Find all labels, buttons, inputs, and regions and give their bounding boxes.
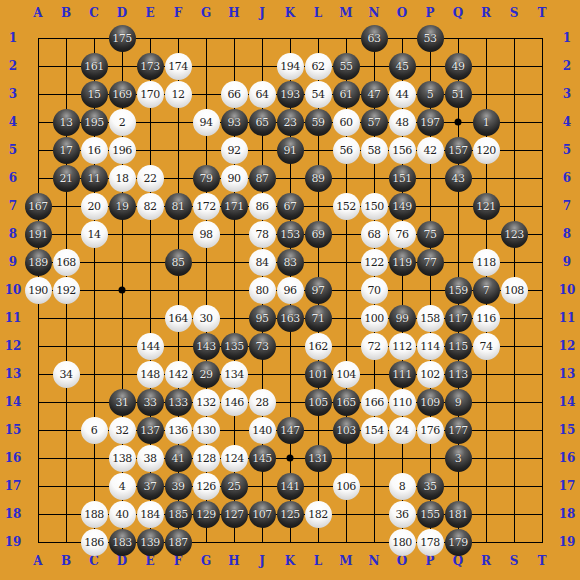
stone-black-163-K11: 163 <box>277 305 304 332</box>
stone-black-63-N1: 63 <box>361 25 388 52</box>
stone-white-68-N8: 68 <box>361 221 388 248</box>
row-label-6: 6 <box>556 164 578 192</box>
column-labels-top: ABCDEFGHJKLMNOPQRST <box>24 3 556 23</box>
row-label-14: 14 <box>2 388 24 416</box>
row-label-2: 2 <box>556 52 578 80</box>
stone-black-139-E19: 139 <box>137 529 164 556</box>
row-label-9: 9 <box>556 248 578 276</box>
stone-white-144-E12: 144 <box>137 333 164 360</box>
stone-white-112-O12: 112 <box>389 333 416 360</box>
stone-black-21-B6: 21 <box>53 165 80 192</box>
stone-black-61-M3: 61 <box>333 81 360 108</box>
stone-black-7-R10: 7 <box>473 277 500 304</box>
stone-white-170-E3: 170 <box>137 81 164 108</box>
stone-black-187-F19: 187 <box>165 529 192 556</box>
stone-black-19-D7: 19 <box>109 193 136 220</box>
stone-white-54-L3: 54 <box>305 81 332 108</box>
stone-black-33-E14: 33 <box>137 389 164 416</box>
stone-black-39-F17: 39 <box>165 473 192 500</box>
stone-white-122-N9: 122 <box>361 249 388 276</box>
stone-black-81-F7: 81 <box>165 193 192 220</box>
stone-black-153-K8: 153 <box>277 221 304 248</box>
stone-black-13-B4: 13 <box>53 109 80 136</box>
stone-black-193-K3: 193 <box>277 81 304 108</box>
stone-black-99-O11: 99 <box>389 305 416 332</box>
stone-white-176-P15: 176 <box>417 417 444 444</box>
row-label-14: 14 <box>556 388 578 416</box>
stone-black-87-J6: 87 <box>249 165 276 192</box>
stone-black-85-F9: 85 <box>165 249 192 276</box>
stone-white-24-O15: 24 <box>389 417 416 444</box>
stone-black-151-O6: 151 <box>389 165 416 192</box>
row-label-13: 13 <box>2 360 24 388</box>
row-label-17: 17 <box>556 472 578 500</box>
stone-white-106-M17: 106 <box>333 473 360 500</box>
stone-white-22-E6: 22 <box>137 165 164 192</box>
row-label-13: 13 <box>556 360 578 388</box>
stone-white-4-D17: 4 <box>109 473 136 500</box>
col-label-F: F <box>164 3 192 23</box>
row-label-16: 16 <box>2 444 24 472</box>
col-label-S: S <box>500 3 528 23</box>
stone-black-71-L11: 71 <box>305 305 332 332</box>
row-labels-left: 12345678910111213141516171819 <box>2 24 24 556</box>
stone-white-104-M13: 104 <box>333 361 360 388</box>
stone-black-189-A9: 189 <box>25 249 52 276</box>
stone-black-119-O9: 119 <box>389 249 416 276</box>
stone-black-105-L14: 105 <box>305 389 332 416</box>
row-label-10: 10 <box>556 276 578 304</box>
row-label-11: 11 <box>556 304 578 332</box>
stone-white-168-B9: 168 <box>53 249 80 276</box>
col-label-N: N <box>360 3 388 23</box>
stone-white-6-C15: 6 <box>81 417 108 444</box>
row-label-7: 7 <box>2 192 24 220</box>
col-label-T: T <box>528 3 556 23</box>
stone-black-157-Q5: 157 <box>445 137 472 164</box>
col-label-B: B <box>52 3 80 23</box>
row-label-9: 9 <box>2 248 24 276</box>
col-label-H: H <box>220 3 248 23</box>
row-label-11: 11 <box>2 304 24 332</box>
stone-black-91-K5: 91 <box>277 137 304 164</box>
stone-white-172-G7: 172 <box>193 193 220 220</box>
stone-black-83-K9: 83 <box>277 249 304 276</box>
stone-white-150-N7: 150 <box>361 193 388 220</box>
stone-white-8-O17: 8 <box>389 473 416 500</box>
stone-black-171-H7: 171 <box>221 193 248 220</box>
stone-white-186-C19: 186 <box>81 529 108 556</box>
stone-white-72-N12: 72 <box>361 333 388 360</box>
stone-white-40-D18: 40 <box>109 501 136 528</box>
stone-white-70-N10: 70 <box>361 277 388 304</box>
col-label-A: A <box>24 3 52 23</box>
stone-black-51-Q3: 51 <box>445 81 472 108</box>
stone-white-166-N14: 166 <box>361 389 388 416</box>
stone-black-191-A8: 191 <box>25 221 52 248</box>
stone-black-37-E17: 37 <box>137 473 164 500</box>
stone-black-109-P14: 109 <box>417 389 444 416</box>
stone-white-156-O5: 156 <box>389 137 416 164</box>
stone-black-17-B5: 17 <box>53 137 80 164</box>
stone-black-141-K17: 141 <box>277 473 304 500</box>
stone-white-158-P11: 158 <box>417 305 444 332</box>
stone-black-185-F18: 185 <box>165 501 192 528</box>
stone-white-120-R5: 120 <box>473 137 500 164</box>
stone-black-169-D3: 169 <box>109 81 136 108</box>
stone-black-95-J11: 95 <box>249 305 276 332</box>
stone-white-56-M5: 56 <box>333 137 360 164</box>
stone-white-18-D6: 18 <box>109 165 136 192</box>
stone-black-125-K18: 125 <box>277 501 304 528</box>
stone-white-44-O3: 44 <box>389 81 416 108</box>
col-label-Q: Q <box>444 3 472 23</box>
row-label-10: 10 <box>2 276 24 304</box>
stone-black-25-H17: 25 <box>221 473 248 500</box>
stone-black-133-F14: 133 <box>165 389 192 416</box>
stone-black-69-L8: 69 <box>305 221 332 248</box>
stone-black-57-N4: 57 <box>361 109 388 136</box>
stone-white-136-F15: 136 <box>165 417 192 444</box>
stone-white-30-G11: 30 <box>193 305 220 332</box>
col-label-L: L <box>304 3 332 23</box>
stone-white-66-H3: 66 <box>221 81 248 108</box>
stone-black-121-R7: 121 <box>473 193 500 220</box>
stone-black-23-K4: 23 <box>277 109 304 136</box>
stone-black-123-S8: 123 <box>501 221 528 248</box>
row-label-1: 1 <box>556 24 578 52</box>
stone-white-82-E7: 82 <box>137 193 164 220</box>
stone-black-29-G13: 29 <box>193 361 220 388</box>
stone-black-165-M14: 165 <box>333 389 360 416</box>
stone-white-138-D16: 138 <box>109 445 136 472</box>
col-label-R: R <box>472 3 500 23</box>
stone-black-97-L10: 97 <box>305 277 332 304</box>
row-labels-right: 12345678910111213141516171819 <box>556 24 578 556</box>
row-label-18: 18 <box>556 500 578 528</box>
col-label-O: O <box>388 3 416 23</box>
col-label-C: C <box>80 3 108 23</box>
stone-white-78-J8: 78 <box>249 221 276 248</box>
stone-black-9-Q14: 9 <box>445 389 472 416</box>
stone-black-93-H4: 93 <box>221 109 248 136</box>
stone-white-36-O18: 36 <box>389 501 416 528</box>
stone-black-67-K7: 67 <box>277 193 304 220</box>
stone-white-16-C5: 16 <box>81 137 108 164</box>
col-label-E: E <box>136 3 164 23</box>
stone-white-128-G16: 128 <box>193 445 220 472</box>
stone-black-77-P9: 77 <box>417 249 444 276</box>
stone-white-196-D5: 196 <box>109 137 136 164</box>
stone-black-73-J12: 73 <box>249 333 276 360</box>
stone-black-131-L16: 131 <box>305 445 332 472</box>
stone-black-43-Q6: 43 <box>445 165 472 192</box>
row-label-1: 1 <box>2 24 24 52</box>
stone-black-179-Q19: 179 <box>445 529 472 556</box>
row-label-17: 17 <box>2 472 24 500</box>
stone-black-143-G12: 143 <box>193 333 220 360</box>
stone-white-126-G17: 126 <box>193 473 220 500</box>
stone-white-152-M7: 152 <box>333 193 360 220</box>
stone-white-62-L2: 62 <box>305 53 332 80</box>
stone-black-107-J18: 107 <box>249 501 276 528</box>
stone-white-110-O14: 110 <box>389 389 416 416</box>
stone-white-114-P12: 114 <box>417 333 444 360</box>
stone-black-181-Q18: 181 <box>445 501 472 528</box>
stone-white-164-F11: 164 <box>165 305 192 332</box>
stone-black-55-M2: 55 <box>333 53 360 80</box>
stone-white-100-N11: 100 <box>361 305 388 332</box>
stone-black-65-J4: 65 <box>249 109 276 136</box>
stone-white-12-F3: 12 <box>165 81 192 108</box>
stone-white-64-J3: 64 <box>249 81 276 108</box>
stone-white-184-E18: 184 <box>137 501 164 528</box>
stone-white-118-R9: 118 <box>473 249 500 276</box>
stone-black-197-P4: 197 <box>417 109 444 136</box>
stone-white-2-D4: 2 <box>109 109 136 136</box>
stone-black-3-Q16: 3 <box>445 445 472 472</box>
row-label-8: 8 <box>556 220 578 248</box>
stone-white-92-H5: 92 <box>221 137 248 164</box>
stone-white-96-K10: 96 <box>277 277 304 304</box>
stone-black-137-E15: 137 <box>137 417 164 444</box>
stone-white-124-H16: 124 <box>221 445 248 472</box>
stone-white-174-F2: 174 <box>165 53 192 80</box>
col-label-D: D <box>108 3 136 23</box>
stone-black-167-A7: 167 <box>25 193 52 220</box>
stone-white-142-F13: 142 <box>165 361 192 388</box>
row-label-3: 3 <box>556 80 578 108</box>
stone-black-115-Q12: 115 <box>445 333 472 360</box>
row-label-7: 7 <box>556 192 578 220</box>
stone-white-154-N15: 154 <box>361 417 388 444</box>
stone-white-98-G8: 98 <box>193 221 220 248</box>
stone-white-134-H13: 134 <box>221 361 248 388</box>
stone-black-47-N3: 47 <box>361 81 388 108</box>
stone-black-127-H18: 127 <box>221 501 248 528</box>
row-label-8: 8 <box>2 220 24 248</box>
stone-white-108-S10: 108 <box>501 277 528 304</box>
stone-black-75-P8: 75 <box>417 221 444 248</box>
stone-white-194-K2: 194 <box>277 53 304 80</box>
stone-white-192-B10: 192 <box>53 277 80 304</box>
stone-white-80-J10: 80 <box>249 277 276 304</box>
stone-white-190-A10: 190 <box>25 277 52 304</box>
stone-white-132-G14: 132 <box>193 389 220 416</box>
stone-black-45-O2: 45 <box>389 53 416 80</box>
col-label-G: G <box>192 3 220 23</box>
stone-black-161-C2: 161 <box>81 53 108 80</box>
stone-black-111-O13: 111 <box>389 361 416 388</box>
stone-black-175-D1: 175 <box>109 25 136 52</box>
stone-white-116-R11: 116 <box>473 305 500 332</box>
row-label-5: 5 <box>2 136 24 164</box>
stone-white-42-P5: 42 <box>417 137 444 164</box>
row-label-19: 19 <box>2 528 24 556</box>
row-label-19: 19 <box>556 528 578 556</box>
stone-black-79-G6: 79 <box>193 165 220 192</box>
stone-black-155-P18: 155 <box>417 501 444 528</box>
stone-white-162-L12: 162 <box>305 333 332 360</box>
stone-white-86-J7: 86 <box>249 193 276 220</box>
stone-black-89-L6: 89 <box>305 165 332 192</box>
stone-white-48-O4: 48 <box>389 109 416 136</box>
stone-black-145-J16: 145 <box>249 445 276 472</box>
stone-white-178-P19: 178 <box>417 529 444 556</box>
stone-black-135-H12: 135 <box>221 333 248 360</box>
stone-black-31-D14: 31 <box>109 389 136 416</box>
go-board[interactable]: ABCDEFGHJKLMNOPQRST ABCDEFGHJKLMNOPQRST … <box>0 0 580 580</box>
row-label-3: 3 <box>2 80 24 108</box>
stone-black-183-D19: 183 <box>109 529 136 556</box>
stone-white-94-G4: 94 <box>193 109 220 136</box>
row-label-2: 2 <box>2 52 24 80</box>
stone-black-195-C4: 195 <box>81 109 108 136</box>
col-label-K: K <box>276 3 304 23</box>
stone-white-146-H14: 146 <box>221 389 248 416</box>
stone-black-177-Q15: 177 <box>445 417 472 444</box>
stone-black-35-P17: 35 <box>417 473 444 500</box>
row-label-12: 12 <box>556 332 578 360</box>
row-label-18: 18 <box>2 500 24 528</box>
stone-black-149-O7: 149 <box>389 193 416 220</box>
stone-black-159-Q10: 159 <box>445 277 472 304</box>
col-label-P: P <box>416 3 444 23</box>
stone-black-147-K15: 147 <box>277 417 304 444</box>
row-label-6: 6 <box>2 164 24 192</box>
stone-white-20-C7: 20 <box>81 193 108 220</box>
stone-white-130-G15: 130 <box>193 417 220 444</box>
stone-white-34-B13: 34 <box>53 361 80 388</box>
stone-white-140-J15: 140 <box>249 417 276 444</box>
stone-white-182-L18: 182 <box>305 501 332 528</box>
stone-black-129-G18: 129 <box>193 501 220 528</box>
stone-white-84-J9: 84 <box>249 249 276 276</box>
stone-white-14-C8: 14 <box>81 221 108 248</box>
stone-black-15-C3: 15 <box>81 81 108 108</box>
stone-black-1-R4: 1 <box>473 109 500 136</box>
stone-black-53-P1: 53 <box>417 25 444 52</box>
stone-white-58-N5: 58 <box>361 137 388 164</box>
col-label-J: J <box>248 3 276 23</box>
stone-black-5-P3: 5 <box>417 81 444 108</box>
stone-black-41-F16: 41 <box>165 445 192 472</box>
stone-white-74-R12: 74 <box>473 333 500 360</box>
stone-white-188-C18: 188 <box>81 501 108 528</box>
row-label-15: 15 <box>556 416 578 444</box>
stone-white-148-E13: 148 <box>137 361 164 388</box>
col-label-M: M <box>332 3 360 23</box>
row-label-4: 4 <box>556 108 578 136</box>
stone-black-117-Q11: 117 <box>445 305 472 332</box>
stone-black-59-L4: 59 <box>305 109 332 136</box>
stone-black-173-E2: 173 <box>137 53 164 80</box>
row-label-4: 4 <box>2 108 24 136</box>
stone-white-60-M4: 60 <box>333 109 360 136</box>
stone-white-38-E16: 38 <box>137 445 164 472</box>
stones-layer[interactable]: 1234567891112131415161718192021222324252… <box>24 24 556 556</box>
row-label-12: 12 <box>2 332 24 360</box>
row-label-5: 5 <box>556 136 578 164</box>
stone-white-28-J14: 28 <box>249 389 276 416</box>
stone-white-180-O19: 180 <box>389 529 416 556</box>
stone-white-90-H6: 90 <box>221 165 248 192</box>
stone-black-103-M15: 103 <box>333 417 360 444</box>
stone-white-102-P13: 102 <box>417 361 444 388</box>
stone-black-11-C6: 11 <box>81 165 108 192</box>
stone-black-101-L13: 101 <box>305 361 332 388</box>
row-label-15: 15 <box>2 416 24 444</box>
stone-black-49-Q2: 49 <box>445 53 472 80</box>
stone-white-32-D15: 32 <box>109 417 136 444</box>
stone-black-113-Q13: 113 <box>445 361 472 388</box>
row-label-16: 16 <box>556 444 578 472</box>
stone-white-76-O8: 76 <box>389 221 416 248</box>
